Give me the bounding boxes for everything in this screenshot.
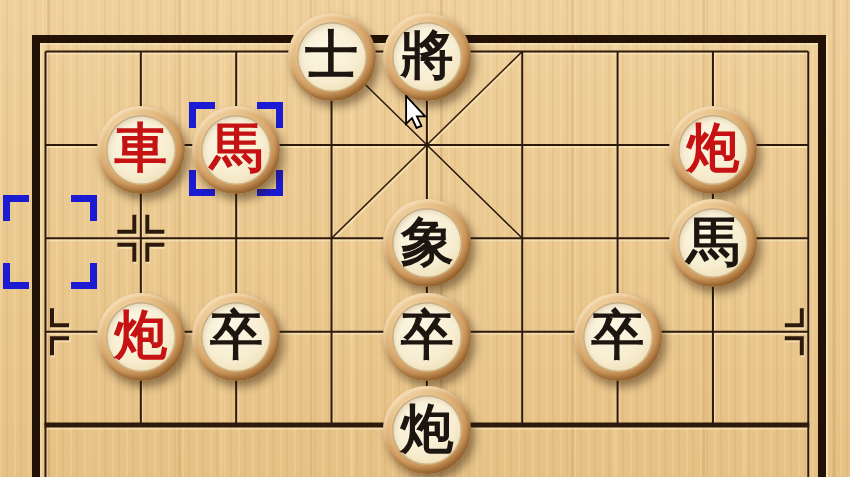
board-point-file6-rank1[interactable] bbox=[598, 125, 638, 165]
board-point-file3-rank1[interactable] bbox=[312, 125, 352, 165]
board-point-file7-rank3[interactable] bbox=[693, 312, 733, 352]
board-point-file8-rank4[interactable] bbox=[788, 405, 828, 445]
board-point-file8-rank3[interactable] bbox=[788, 312, 828, 352]
board-point-file6-rank4[interactable] bbox=[598, 405, 638, 445]
board-point-file6-rank2[interactable] bbox=[598, 218, 638, 258]
piece-b-soldier-f4r3[interactable]: 卒 bbox=[383, 293, 471, 381]
piece-face: 卒 bbox=[392, 302, 462, 372]
board-point-file4-rank1[interactable] bbox=[407, 125, 447, 165]
piece-b-horse-f7r2[interactable]: 馬 bbox=[669, 199, 757, 287]
board-point-file8-rank0[interactable] bbox=[788, 32, 828, 72]
board-point-file5-rank0[interactable] bbox=[502, 32, 542, 72]
board-point-file2-rank2[interactable] bbox=[216, 218, 256, 258]
board-point-file2-rank4[interactable] bbox=[216, 405, 256, 445]
board-point-file0-rank4[interactable] bbox=[26, 405, 66, 445]
board-point-file0-rank3[interactable] bbox=[26, 312, 66, 352]
board-point-file1-rank0[interactable] bbox=[121, 32, 161, 72]
board-point-file8-rank1[interactable] bbox=[788, 125, 828, 165]
piece-face: 炮 bbox=[678, 115, 748, 185]
piece-face: 士 bbox=[297, 22, 367, 92]
piece-b-elephant-f4r2[interactable]: 象 bbox=[383, 199, 471, 287]
board-point-file5-rank4[interactable] bbox=[502, 405, 542, 445]
board-point-file6-rank0[interactable] bbox=[598, 32, 638, 72]
piece-face: 卒 bbox=[201, 302, 271, 372]
board-point-file5-rank1[interactable] bbox=[502, 125, 542, 165]
board-point-file0-rank1[interactable] bbox=[26, 125, 66, 165]
piece-glyph: 炮 bbox=[114, 309, 167, 362]
piece-face: 卒 bbox=[583, 302, 653, 372]
board-point-file5-rank2[interactable] bbox=[502, 218, 542, 258]
piece-glyph: 車 bbox=[114, 122, 167, 175]
piece-b-soldier-f2r3[interactable]: 卒 bbox=[192, 293, 280, 381]
last-move-from-marker bbox=[3, 195, 97, 289]
marker-corner bbox=[3, 195, 29, 221]
board-point-file0-rank0[interactable] bbox=[26, 32, 66, 72]
board-point-file3-rank3[interactable] bbox=[312, 312, 352, 352]
piece-face: 炮 bbox=[392, 395, 462, 465]
piece-glyph: 馬 bbox=[686, 216, 739, 269]
piece-glyph: 炮 bbox=[686, 122, 739, 175]
board-point-file7-rank0[interactable] bbox=[693, 32, 733, 72]
piece-b-advisor-f3r0[interactable]: 士 bbox=[288, 13, 376, 101]
piece-r-horse-f2r1[interactable]: 馬 bbox=[192, 106, 280, 194]
board-point-file1-rank2[interactable] bbox=[121, 218, 161, 258]
piece-face: 將 bbox=[392, 22, 462, 92]
piece-glyph: 卒 bbox=[400, 309, 453, 362]
board-point-file2-rank0[interactable] bbox=[216, 32, 256, 72]
piece-face: 馬 bbox=[201, 115, 271, 185]
board-point-file3-rank2[interactable] bbox=[312, 218, 352, 258]
marker-corner bbox=[71, 195, 97, 221]
piece-face: 炮 bbox=[106, 302, 176, 372]
board-point-file3-rank4[interactable] bbox=[312, 405, 352, 445]
board-point-file8-rank2[interactable] bbox=[788, 218, 828, 258]
xiangqi-game-screen: 士將車馬炮象馬炮卒卒卒炮 bbox=[0, 0, 850, 477]
piece-b-cannon-f4r4[interactable]: 炮 bbox=[383, 386, 471, 474]
board-point-file5-rank3[interactable] bbox=[502, 312, 542, 352]
piece-r-chariot-f1r1[interactable]: 車 bbox=[97, 106, 185, 194]
piece-face: 象 bbox=[392, 208, 462, 278]
piece-b-soldier-f6r3[interactable]: 卒 bbox=[574, 293, 662, 381]
board-point-file1-rank4[interactable] bbox=[121, 405, 161, 445]
piece-b-general-f4r0[interactable]: 將 bbox=[383, 13, 471, 101]
marker-corner bbox=[71, 263, 97, 289]
piece-glyph: 馬 bbox=[210, 122, 263, 175]
board-point-file7-rank4[interactable] bbox=[693, 405, 733, 445]
piece-r-cannon-f7r1[interactable]: 炮 bbox=[669, 106, 757, 194]
piece-r-cannon-f1r3[interactable]: 炮 bbox=[97, 293, 185, 381]
piece-glyph: 象 bbox=[400, 216, 453, 269]
piece-face: 馬 bbox=[678, 208, 748, 278]
piece-glyph: 士 bbox=[305, 29, 358, 82]
marker-corner bbox=[3, 263, 29, 289]
piece-glyph: 炮 bbox=[400, 403, 453, 456]
piece-glyph: 將 bbox=[400, 29, 453, 82]
piece-glyph: 卒 bbox=[210, 309, 263, 362]
piece-face: 車 bbox=[106, 115, 176, 185]
piece-glyph: 卒 bbox=[591, 309, 644, 362]
